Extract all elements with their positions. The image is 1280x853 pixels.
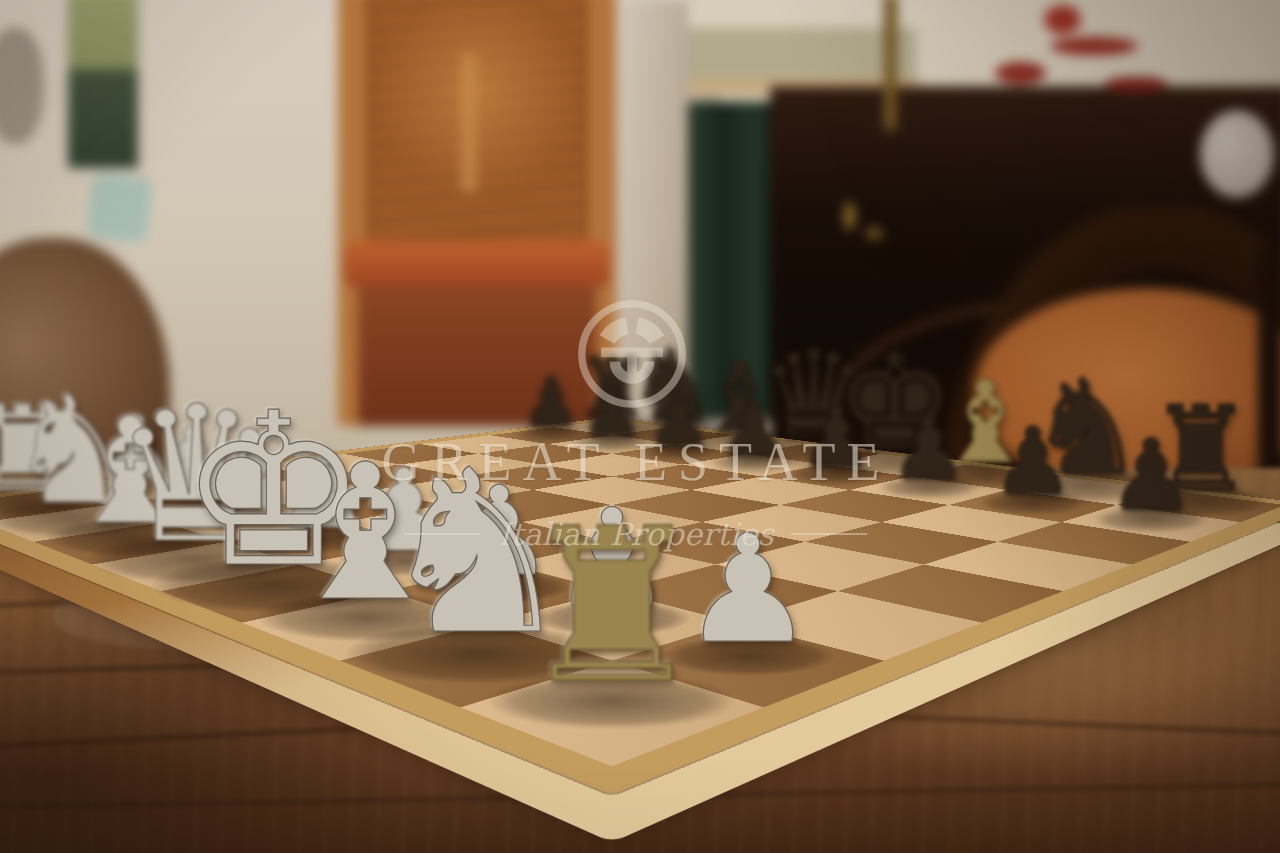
piece-bP-b7[interactable]: ♟: [581, 378, 644, 445]
piece-bP-d7[interactable]: ♟: [719, 391, 788, 464]
piece-bP-f7[interactable]: ♟: [890, 407, 968, 490]
piece-bP-e7[interactable]: ♟: [799, 399, 873, 477]
piece-wR-h1[interactable]: ♜: [517, 505, 708, 707]
piece-bP-h7[interactable]: ♟: [1107, 429, 1195, 522]
photo-stage: ♜♞♝♛♚♝♞♜♟♟♟♟♟♟♟♟♟♟♟♟♟♟♟♟♜♞♝♛♚♝♞♜ GREAT E…: [0, 0, 1280, 853]
pieces-layer: ♜♞♝♛♚♝♞♜♟♟♟♟♟♟♟♟♟♟♟♟♟♟♟♟♜♞♝♛♚♝♞♜: [0, 0, 1280, 853]
piece-bP-g7[interactable]: ♟: [991, 418, 1073, 505]
piece-bP-c7[interactable]: ♟: [646, 384, 711, 453]
